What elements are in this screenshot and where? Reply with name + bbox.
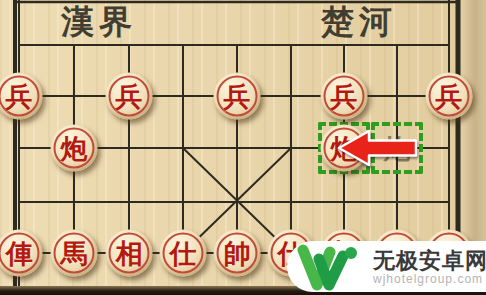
xiangqi-game-screen: 漢界 楚河 炮 兵兵兵兵兵炮炮俥馬相仕帥仕相馬俥 无极安卓网 wjhotelgr… <box>0 0 486 295</box>
piece-character: 兵 <box>224 83 251 110</box>
piece-character: 兵 <box>436 83 463 110</box>
piece-character: 相 <box>116 240 143 267</box>
river-label-hanjie: 漢界 <box>61 3 137 41</box>
red-horse-left-piece[interactable]: 馬 <box>51 230 98 277</box>
red-soldier-4-piece[interactable]: 兵 <box>321 73 368 120</box>
piece-character: 俥 <box>6 240 33 267</box>
red-soldier-3-piece[interactable]: 兵 <box>214 73 261 120</box>
piece-character: 兵 <box>331 83 358 110</box>
red-soldier-1-piece[interactable]: 兵 <box>0 73 43 120</box>
piece-character: 炮 <box>61 135 88 162</box>
red-cannon-left-piece[interactable]: 炮 <box>51 125 98 172</box>
watermark: 无极安卓网 wjhotelgroup.com <box>287 241 486 292</box>
piece-character: 炮 <box>331 135 358 162</box>
piece-character: 仕 <box>170 240 197 267</box>
red-soldier-2-piece[interactable]: 兵 <box>106 73 153 120</box>
piece-character: 兵 <box>116 83 143 110</box>
red-cannon-right-piece[interactable]: 炮 <box>321 125 368 172</box>
red-elephant-left-piece[interactable]: 相 <box>106 230 153 277</box>
piece-character: 兵 <box>6 83 33 110</box>
red-advisor-left-piece[interactable]: 仕 <box>160 230 207 277</box>
ghost-cannon: 炮 <box>384 135 411 162</box>
river-label-chuhe: 楚河 <box>321 3 397 41</box>
piece-character: 馬 <box>61 240 88 267</box>
piece-character: 帥 <box>224 240 251 267</box>
red-soldier-5-piece[interactable]: 兵 <box>426 73 473 120</box>
red-chariot-left-piece[interactable]: 俥 <box>0 230 43 277</box>
watermark-domain: wjhotelgroup.com <box>373 272 486 286</box>
watermark-site-name: 无极安卓网 <box>373 248 486 272</box>
watermark-logo-icon <box>295 243 369 291</box>
red-general-piece[interactable]: 帥 <box>214 230 261 277</box>
